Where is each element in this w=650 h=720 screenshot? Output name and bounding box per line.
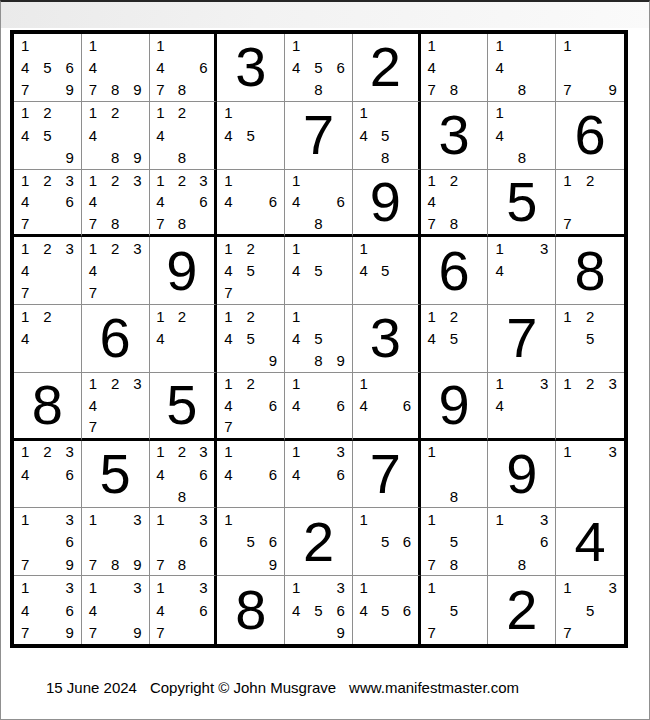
pencil-mark-pos-6 [262,124,284,146]
cell-r9c7: 157 [421,576,489,644]
puzzle-page: 1456791478914678314568214781481791245912… [0,0,650,720]
pencil-mark-pos-1: 1 [82,576,104,599]
pencil-mark-pos-6 [126,260,148,282]
cell-r3c2: 123478 [82,170,150,238]
pencil-mark-pos-8: 8 [307,79,329,101]
pencil-mark-pos-3: 3 [193,576,215,599]
pencil-mark-pos-4: 4 [14,599,36,622]
pencil-mark-pos-5: 5 [240,260,262,282]
pencil-marks: 13678 [150,508,215,575]
solved-digit: 6 [82,305,149,372]
pencil-mark-pos-4: 4 [150,191,172,213]
pencil-mark-pos-3 [59,34,81,56]
pencil-marks: 145 [285,237,352,304]
pencil-mark-pos-3 [396,237,418,259]
pencil-mark-pos-7 [150,485,172,507]
pencil-mark-pos-5 [511,260,533,282]
pencil-mark-pos-6: 6 [330,191,352,213]
pencil-mark-pos-5 [171,463,193,485]
solved-digit: 5 [488,170,555,235]
pencil-mark-pos-9: 9 [59,621,81,644]
pencil-mark-pos-2 [240,508,262,530]
pencil-mark-pos-9 [465,485,487,507]
pencil-marks: 14789 [82,34,149,101]
pencil-mark-pos-7 [353,282,375,304]
cell-r8c3: 13678 [150,508,218,576]
pencil-mark-pos-5 [579,191,602,213]
pencil-mark-pos-8 [374,282,396,304]
cell-r3c8: 5 [488,170,556,238]
cell-r9c6: 1456 [353,576,421,644]
pencil-marks: 1245 [421,305,488,372]
pencil-mark-pos-8: 8 [374,146,396,168]
pencil-mark-pos-9 [601,350,624,372]
pencil-mark-pos-2: 2 [104,170,126,192]
solved-digit: 2 [353,34,418,101]
pencil-mark-pos-4 [556,327,579,349]
pencil-mark-pos-4: 4 [285,463,307,485]
pencil-mark-pos-7: 7 [82,79,104,101]
pencil-mark-pos-6 [601,327,624,349]
pencil-mark-pos-8 [307,485,329,507]
pencil-mark-pos-8: 8 [511,79,533,101]
pencil-mark-pos-1: 1 [421,170,443,192]
pencil-mark-pos-5 [36,260,58,282]
pencil-mark-pos-1: 1 [150,305,172,327]
pencil-mark-pos-2 [36,34,58,56]
pencil-mark-pos-9: 9 [126,146,148,168]
pencil-mark-pos-4: 4 [14,463,36,485]
pencil-mark-pos-5 [307,394,329,416]
pencil-mark-pos-8 [374,621,396,644]
pencil-mark-pos-5 [579,394,602,416]
pencil-mark-pos-8 [171,350,193,372]
pencil-mark-pos-3 [465,441,487,463]
pencil-mark-pos-9 [59,282,81,304]
pencil-mark-pos-6 [396,124,418,146]
pencil-mark-pos-1: 1 [82,34,104,56]
pencil-mark-pos-4: 4 [82,260,104,282]
pencil-mark-pos-1: 1 [556,441,579,463]
pencil-mark-pos-8 [36,350,58,372]
pencil-marks: 157 [421,576,488,644]
pencil-mark-pos-9: 9 [330,350,352,372]
pencil-mark-pos-6: 6 [330,56,352,78]
pencil-mark-pos-3 [533,102,555,124]
pencil-mark-pos-6: 6 [396,599,418,622]
pencil-mark-pos-9 [601,621,624,644]
pencil-mark-pos-4: 4 [488,56,510,78]
pencil-mark-pos-8 [307,416,329,438]
solved-digit: 2 [285,508,352,575]
cell-r7c4: 146 [217,441,285,509]
pencil-mark-pos-2 [307,305,329,327]
cell-r1c6: 2 [353,34,421,102]
pencil-mark-pos-6: 6 [193,463,215,485]
pencil-mark-pos-4: 4 [14,56,36,78]
pencil-mark-pos-5 [104,56,126,78]
pencil-mark-pos-3 [193,34,215,56]
pencil-mark-pos-7: 7 [421,213,443,235]
pencil-mark-pos-8 [579,621,602,644]
pencil-mark-pos-2 [104,508,126,530]
top-band [1,2,649,28]
pencil-mark-pos-8 [579,485,602,507]
pencil-mark-pos-6: 6 [262,394,284,416]
pencil-mark-pos-7 [488,282,510,304]
pencil-mark-pos-9: 9 [126,553,148,575]
cell-r4c2: 12347 [82,237,150,305]
pencil-mark-pos-1: 1 [217,170,239,192]
cell-r4c5: 145 [285,237,353,305]
pencil-mark-pos-6 [126,599,148,622]
pencil-mark-pos-5 [104,599,126,622]
pencil-mark-pos-6 [262,260,284,282]
cell-r1c9: 179 [556,34,624,102]
pencil-mark-pos-2: 2 [579,373,602,395]
pencil-mark-pos-2 [511,102,533,124]
sudoku-board: 1456791478914678314568214781481791245912… [10,30,628,648]
pencil-marks: 13479 [82,576,149,644]
cell-r1c7: 1478 [421,34,489,102]
pencil-mark-pos-7 [217,485,239,507]
pencil-mark-pos-5 [171,327,193,349]
pencil-mark-pos-4: 4 [488,124,510,146]
pencil-mark-pos-8 [579,79,602,101]
pencil-mark-pos-7 [285,350,307,372]
pencil-mark-pos-1: 1 [285,237,307,259]
pencil-mark-pos-6 [59,124,81,146]
pencil-mark-pos-9 [533,282,555,304]
pencil-mark-pos-1: 1 [556,576,579,599]
pencil-mark-pos-9 [465,79,487,101]
pencil-mark-pos-4: 4 [217,463,239,485]
cell-r3c4: 146 [217,170,285,238]
pencil-mark-pos-6: 6 [59,599,81,622]
pencil-mark-pos-6 [126,124,148,146]
pencil-mark-pos-1: 1 [150,508,172,530]
pencil-mark-pos-4: 4 [217,394,239,416]
pencil-mark-pos-2: 2 [171,441,193,463]
pencil-mark-pos-4 [150,531,172,553]
cell-r6c2: 12347 [82,373,150,441]
pencil-mark-pos-5 [171,56,193,78]
pencil-mark-pos-2: 2 [171,170,193,192]
pencil-mark-pos-7 [488,146,510,168]
pencil-mark-pos-8 [104,282,126,304]
pencil-mark-pos-4: 4 [421,327,443,349]
solved-digit: 8 [556,237,624,304]
solved-digit: 9 [150,237,215,304]
pencil-mark-pos-7 [285,213,307,235]
pencil-marks: 123468 [150,441,215,508]
pencil-mark-pos-2: 2 [36,441,58,463]
pencil-mark-pos-1: 1 [556,34,579,56]
pencil-mark-pos-4: 4 [150,327,172,349]
pencil-mark-pos-7: 7 [217,282,239,304]
pencil-mark-pos-3: 3 [59,508,81,530]
pencil-mark-pos-7: 7 [421,553,443,575]
pencil-mark-pos-9 [465,553,487,575]
pencil-mark-pos-2 [579,34,602,56]
pencil-mark-pos-6: 6 [193,56,215,78]
pencil-mark-pos-4: 4 [150,56,172,78]
pencil-marks: 134 [488,237,555,304]
pencil-mark-pos-6 [465,327,487,349]
pencil-mark-pos-4: 4 [82,124,104,146]
pencil-mark-pos-3 [262,170,284,192]
pencil-marks: 12457 [217,237,284,304]
pencil-mark-pos-5 [36,463,58,485]
cell-r1c8: 148 [488,34,556,102]
footer-date: 15 June 2024 [46,679,137,696]
pencil-mark-pos-1: 1 [82,237,104,259]
pencil-mark-pos-3 [533,34,555,56]
pencil-mark-pos-2 [443,34,465,56]
pencil-mark-pos-6: 6 [193,599,215,622]
pencil-mark-pos-3 [396,508,418,530]
pencil-mark-pos-3: 3 [126,237,148,259]
cell-r9c2: 13479 [82,576,150,644]
pencil-mark-pos-8: 8 [171,146,193,168]
pencil-mark-pos-4 [421,463,443,485]
pencil-mark-pos-9: 9 [59,553,81,575]
footer-copyright: Copyright © John Musgrave [150,679,336,696]
cell-r5c2: 6 [82,305,150,373]
pencil-mark-pos-3: 3 [601,441,624,463]
pencil-mark-pos-6 [465,463,487,485]
pencil-mark-pos-3 [601,170,624,192]
cell-r1c3: 14678 [150,34,218,102]
pencil-mark-pos-6: 6 [330,599,352,622]
pencil-mark-pos-7 [14,146,36,168]
pencil-mark-pos-4: 4 [285,260,307,282]
pencil-mark-pos-4 [217,531,239,553]
solved-digit: 2 [488,576,555,644]
pencil-mark-pos-4 [556,394,579,416]
pencil-mark-pos-5: 5 [307,599,329,622]
pencil-mark-pos-8 [579,416,602,438]
pencil-mark-pos-7 [488,79,510,101]
pencil-mark-pos-3 [126,34,148,56]
pencil-mark-pos-7 [217,146,239,168]
pencil-mark-pos-6 [126,191,148,213]
pencil-mark-pos-1: 1 [217,441,239,463]
pencil-mark-pos-1: 1 [14,508,36,530]
pencil-mark-pos-1: 1 [82,373,104,395]
pencil-mark-pos-8 [443,350,465,372]
pencil-mark-pos-2 [307,170,329,192]
pencil-mark-pos-4: 4 [150,124,172,146]
pencil-mark-pos-2 [374,237,396,259]
pencil-mark-pos-3: 3 [126,576,148,599]
pencil-mark-pos-9 [330,485,352,507]
pencil-mark-pos-8: 8 [171,213,193,235]
pencil-mark-pos-2 [443,441,465,463]
pencil-mark-pos-1: 1 [217,305,239,327]
pencil-mark-pos-4 [353,531,375,553]
cell-r4c9: 8 [556,237,624,305]
pencil-mark-pos-2: 2 [443,170,465,192]
pencil-mark-pos-3 [330,237,352,259]
pencil-mark-pos-4: 4 [217,124,239,146]
pencil-mark-pos-7 [217,213,239,235]
cell-r4c1: 12347 [14,237,82,305]
pencil-mark-pos-5: 5 [443,599,465,622]
cell-r2c7: 3 [421,102,489,170]
pencil-mark-pos-4: 4 [150,599,172,622]
pencil-mark-pos-5 [104,191,126,213]
pencil-mark-pos-1: 1 [82,508,104,530]
pencil-mark-pos-6 [396,260,418,282]
pencil-marks: 134 [488,373,555,438]
pencil-mark-pos-5 [579,463,602,485]
pencil-mark-pos-6 [193,124,215,146]
pencil-mark-pos-3 [193,102,215,124]
cell-r1c1: 145679 [14,34,82,102]
pencil-mark-pos-5 [443,463,465,485]
pencil-mark-pos-6: 6 [59,191,81,213]
pencil-mark-pos-9 [396,416,418,438]
pencil-mark-pos-3 [330,373,352,395]
pencil-mark-pos-9 [193,350,215,372]
pencil-mark-pos-1: 1 [150,170,172,192]
cell-r5c9: 125 [556,305,624,373]
pencil-mark-pos-2 [443,576,465,599]
pencil-mark-pos-8: 8 [443,553,465,575]
cell-r3c7: 12478 [421,170,489,238]
pencil-marks: 134569 [285,576,352,644]
pencil-mark-pos-1: 1 [556,170,579,192]
pencil-mark-pos-3: 3 [533,373,555,395]
pencil-mark-pos-7: 7 [82,621,104,644]
solved-digit: 6 [556,102,624,169]
pencil-mark-pos-7 [556,350,579,372]
pencil-mark-pos-6 [465,599,487,622]
pencil-mark-pos-1: 1 [353,373,375,395]
cell-r4c4: 12457 [217,237,285,305]
pencil-mark-pos-6 [601,394,624,416]
pencil-mark-pos-2 [579,441,602,463]
pencil-mark-pos-2 [240,170,262,192]
cell-r7c5: 1346 [285,441,353,509]
pencil-mark-pos-1: 1 [82,102,104,124]
pencil-mark-pos-4: 4 [14,124,36,146]
pencil-mark-pos-5: 5 [36,124,58,146]
pencil-marks: 123478 [82,170,149,235]
pencil-mark-pos-6: 6 [59,531,81,553]
pencil-mark-pos-9: 9 [59,146,81,168]
pencil-mark-pos-3 [465,305,487,327]
pencil-mark-pos-5 [171,191,193,213]
cell-r3c9: 127 [556,170,624,238]
pencil-mark-pos-4: 4 [82,394,104,416]
pencil-mark-pos-5: 5 [443,327,465,349]
pencil-mark-pos-2 [36,508,58,530]
pencil-mark-pos-7: 7 [14,213,36,235]
pencil-marks: 145 [353,237,418,304]
pencil-mark-pos-7 [488,553,510,575]
pencil-mark-pos-5 [511,56,533,78]
pencil-marks: 1248 [150,102,215,169]
pencil-mark-pos-5: 5 [307,327,329,349]
pencil-mark-pos-8: 8 [171,79,193,101]
pencil-mark-pos-5 [104,260,126,282]
pencil-mark-pos-6 [533,124,555,146]
pencil-mark-pos-4: 4 [217,191,239,213]
pencil-mark-pos-3 [262,102,284,124]
pencil-mark-pos-3 [59,102,81,124]
pencil-mark-pos-8: 8 [104,213,126,235]
pencil-mark-pos-5: 5 [307,260,329,282]
pencil-mark-pos-8 [36,79,58,101]
pencil-mark-pos-9 [262,282,284,304]
pencil-mark-pos-7 [285,282,307,304]
pencil-mark-pos-6 [465,56,487,78]
pencil-mark-pos-8 [36,485,58,507]
pencil-mark-pos-7: 7 [14,282,36,304]
pencil-mark-pos-9 [126,282,148,304]
pencil-mark-pos-3: 3 [126,373,148,395]
cell-r4c7: 6 [421,237,489,305]
pencil-mark-pos-6 [601,191,624,213]
pencil-mark-pos-7 [150,350,172,372]
pencil-mark-pos-6: 6 [193,531,215,553]
pencil-mark-pos-6: 6 [396,531,418,553]
pencil-marks: 123467 [14,170,81,235]
pencil-mark-pos-3 [262,441,284,463]
pencil-marks: 12467 [217,373,284,438]
pencil-mark-pos-6 [601,463,624,485]
pencil-mark-pos-8: 8 [307,350,329,372]
pencil-mark-pos-8 [171,621,193,644]
pencil-mark-pos-2: 2 [104,102,126,124]
cell-r1c2: 14789 [82,34,150,102]
cell-r9c9: 1357 [556,576,624,644]
cell-r9c5: 134569 [285,576,353,644]
pencil-mark-pos-3 [601,34,624,56]
solved-digit: 8 [217,576,284,644]
cell-r7c9: 13 [556,441,624,509]
pencil-mark-pos-5: 5 [240,327,262,349]
pencil-mark-pos-5: 5 [374,260,396,282]
pencil-mark-pos-8 [36,282,58,304]
pencil-mark-pos-6 [601,599,624,622]
solved-digit: 6 [421,237,488,304]
pencil-mark-pos-5 [36,599,58,622]
pencil-mark-pos-6: 6 [533,531,555,553]
pencil-mark-pos-1: 1 [421,508,443,530]
pencil-mark-pos-5 [443,56,465,78]
pencil-mark-pos-3 [601,305,624,327]
pencil-mark-pos-6: 6 [193,191,215,213]
pencil-mark-pos-5 [240,191,262,213]
pencil-mark-pos-2 [104,34,126,56]
pencil-mark-pos-9 [59,350,81,372]
cell-r9c3: 13467 [150,576,218,644]
pencil-mark-pos-8: 8 [511,146,533,168]
cell-r4c6: 145 [353,237,421,305]
pencil-marks: 179 [556,34,624,101]
pencil-mark-pos-8 [374,416,396,438]
pencil-mark-pos-3 [465,576,487,599]
cell-r6c3: 5 [150,373,218,441]
pencil-mark-pos-8: 8 [104,553,126,575]
pencil-mark-pos-9 [601,213,624,235]
cell-r3c3: 1234678 [150,170,218,238]
pencil-mark-pos-3 [465,170,487,192]
pencil-mark-pos-8 [240,146,262,168]
